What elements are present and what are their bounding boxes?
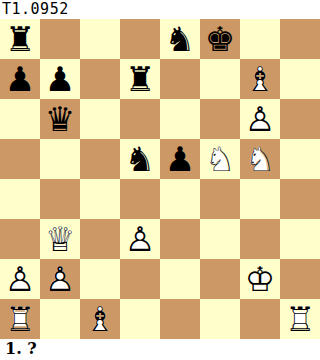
square-a8[interactable]: ♜ xyxy=(0,19,40,59)
square-e7[interactable] xyxy=(160,59,200,99)
square-c8[interactable] xyxy=(80,19,120,59)
square-h6[interactable] xyxy=(280,99,320,139)
square-b4[interactable] xyxy=(40,179,80,219)
square-b7[interactable]: ♟ xyxy=(40,59,80,99)
square-g4[interactable] xyxy=(240,179,280,219)
chess-board: ♜♞♚♟♟♜♝♗♛♟♙♞♟♞♘♞♘♛♕♟♙♟♙♟♙♚♔♜♖♝♗♜♖ xyxy=(0,19,320,339)
square-g3[interactable] xyxy=(240,219,280,259)
square-f7[interactable] xyxy=(200,59,240,99)
black-rook-icon: ♜ xyxy=(120,59,160,99)
square-f3[interactable] xyxy=(200,219,240,259)
square-b6[interactable]: ♛ xyxy=(40,99,80,139)
white-pawn-icon: ♟♙ xyxy=(120,219,160,259)
square-c2[interactable] xyxy=(80,259,120,299)
square-g2[interactable]: ♚♔ xyxy=(240,259,280,299)
white-rook-icon: ♜♖ xyxy=(0,299,40,339)
square-e3[interactable] xyxy=(160,219,200,259)
square-d7[interactable]: ♜ xyxy=(120,59,160,99)
square-g6[interactable]: ♟♙ xyxy=(240,99,280,139)
square-b1[interactable] xyxy=(40,299,80,339)
square-c1[interactable]: ♝♗ xyxy=(80,299,120,339)
square-a5[interactable] xyxy=(0,139,40,179)
square-c4[interactable] xyxy=(80,179,120,219)
square-b3[interactable]: ♛♕ xyxy=(40,219,80,259)
square-f5[interactable]: ♞♘ xyxy=(200,139,240,179)
square-e5[interactable]: ♟ xyxy=(160,139,200,179)
black-knight-icon: ♞ xyxy=(160,19,200,59)
black-pawn-icon: ♟ xyxy=(160,139,200,179)
square-c7[interactable] xyxy=(80,59,120,99)
square-d2[interactable] xyxy=(120,259,160,299)
square-a4[interactable] xyxy=(0,179,40,219)
square-h4[interactable] xyxy=(280,179,320,219)
square-f6[interactable] xyxy=(200,99,240,139)
white-pawn-icon: ♟♙ xyxy=(0,259,40,299)
square-g7[interactable]: ♝♗ xyxy=(240,59,280,99)
square-f2[interactable] xyxy=(200,259,240,299)
square-f4[interactable] xyxy=(200,179,240,219)
square-a6[interactable] xyxy=(0,99,40,139)
square-g8[interactable] xyxy=(240,19,280,59)
square-h7[interactable] xyxy=(280,59,320,99)
square-a3[interactable] xyxy=(0,219,40,259)
square-h5[interactable] xyxy=(280,139,320,179)
square-h2[interactable] xyxy=(280,259,320,299)
square-e2[interactable] xyxy=(160,259,200,299)
square-b5[interactable] xyxy=(40,139,80,179)
square-d3[interactable]: ♟♙ xyxy=(120,219,160,259)
square-d4[interactable] xyxy=(120,179,160,219)
white-bishop-icon: ♝♗ xyxy=(240,59,280,99)
puzzle-id-label: T1.0952 xyxy=(2,0,69,18)
square-a7[interactable]: ♟ xyxy=(0,59,40,99)
white-rook-icon: ♜♖ xyxy=(280,299,320,339)
black-queen-icon: ♛ xyxy=(40,99,80,139)
black-pawn-icon: ♟ xyxy=(40,59,80,99)
square-b2[interactable]: ♟♙ xyxy=(40,259,80,299)
square-c3[interactable] xyxy=(80,219,120,259)
square-a2[interactable]: ♟♙ xyxy=(0,259,40,299)
square-e1[interactable] xyxy=(160,299,200,339)
square-h8[interactable] xyxy=(280,19,320,59)
square-c6[interactable] xyxy=(80,99,120,139)
white-knight-icon: ♞♘ xyxy=(200,139,240,179)
square-d5[interactable]: ♞ xyxy=(120,139,160,179)
square-d8[interactable] xyxy=(120,19,160,59)
white-knight-icon: ♞♘ xyxy=(240,139,280,179)
square-e6[interactable] xyxy=(160,99,200,139)
white-bishop-icon: ♝♗ xyxy=(80,299,120,339)
square-e8[interactable]: ♞ xyxy=(160,19,200,59)
white-king-icon: ♚♔ xyxy=(240,259,280,299)
move-prompt: 1. ? xyxy=(5,340,37,360)
square-a1[interactable]: ♜♖ xyxy=(0,299,40,339)
square-h3[interactable] xyxy=(280,219,320,259)
square-h1[interactable]: ♜♖ xyxy=(280,299,320,339)
white-pawn-icon: ♟♙ xyxy=(40,259,80,299)
square-f8[interactable]: ♚ xyxy=(200,19,240,59)
black-pawn-icon: ♟ xyxy=(0,59,40,99)
square-d1[interactable] xyxy=(120,299,160,339)
square-b8[interactable] xyxy=(40,19,80,59)
black-rook-icon: ♜ xyxy=(0,19,40,59)
white-queen-icon: ♛♕ xyxy=(40,219,80,259)
square-g1[interactable] xyxy=(240,299,280,339)
black-knight-icon: ♞ xyxy=(120,139,160,179)
square-f1[interactable] xyxy=(200,299,240,339)
black-king-icon: ♚ xyxy=(200,19,240,59)
white-pawn-icon: ♟♙ xyxy=(240,99,280,139)
square-g5[interactable]: ♞♘ xyxy=(240,139,280,179)
square-e4[interactable] xyxy=(160,179,200,219)
square-d6[interactable] xyxy=(120,99,160,139)
square-c5[interactable] xyxy=(80,139,120,179)
